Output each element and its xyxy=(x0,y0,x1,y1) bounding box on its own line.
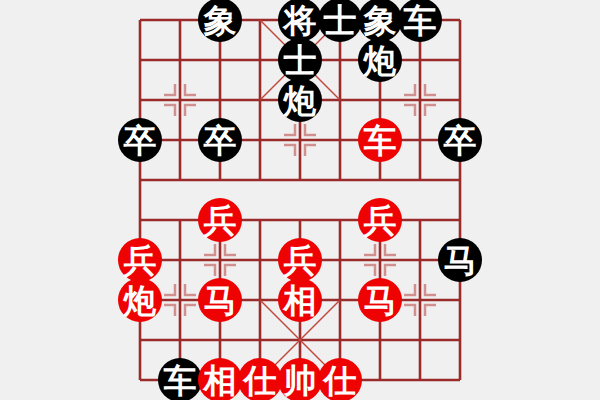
black-horse[interactable]: 马 xyxy=(438,238,482,282)
black-chariot[interactable]: 车 xyxy=(398,0,442,42)
black-advisor[interactable]: 士 xyxy=(278,38,322,82)
red-horse[interactable]: 马 xyxy=(358,278,402,322)
black-advisor[interactable]: 士 xyxy=(318,0,362,42)
black-soldier[interactable]: 卒 xyxy=(118,118,162,162)
red-advisor[interactable]: 仕 xyxy=(318,358,362,400)
red-chariot[interactable]: 车 xyxy=(358,118,402,162)
black-soldier[interactable]: 卒 xyxy=(198,118,242,162)
black-soldier[interactable]: 卒 xyxy=(438,118,482,162)
black-general[interactable]: 将 xyxy=(278,0,322,42)
red-elephant[interactable]: 相 xyxy=(198,358,242,400)
red-soldier[interactable]: 兵 xyxy=(198,198,242,242)
black-cannon[interactable]: 炮 xyxy=(358,38,402,82)
red-soldier[interactable]: 兵 xyxy=(278,238,322,282)
xiangqi-board: 象将士象车士炮炮卒卒车卒兵兵兵兵马炮马相马车相仕帅仕 xyxy=(0,0,600,400)
black-elephant[interactable]: 象 xyxy=(358,0,402,42)
black-cannon[interactable]: 炮 xyxy=(278,78,322,122)
red-elephant[interactable]: 相 xyxy=(278,278,322,322)
red-soldier[interactable]: 兵 xyxy=(358,198,402,242)
black-elephant[interactable]: 象 xyxy=(198,0,242,42)
black-chariot[interactable]: 车 xyxy=(158,358,202,400)
xiangqi-app: 象将士象车士炮炮卒卒车卒兵兵兵兵马炮马相马车相仕帅仕 xyxy=(0,0,600,400)
red-horse[interactable]: 马 xyxy=(198,278,242,322)
red-advisor[interactable]: 仕 xyxy=(238,358,282,400)
red-cannon[interactable]: 炮 xyxy=(118,278,162,322)
red-soldier[interactable]: 兵 xyxy=(118,238,162,282)
red-general[interactable]: 帅 xyxy=(278,358,322,400)
